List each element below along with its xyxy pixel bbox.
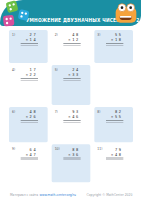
problem-10: 10) 88 ×36 xyxy=(52,144,91,182)
problem-work-area[interactable]: 82 ×55 xyxy=(104,110,123,123)
problem-number: 7) xyxy=(55,110,58,113)
multiplier: 48 xyxy=(115,152,123,156)
problem-number: 4) xyxy=(12,68,15,71)
problem-number: 8) xyxy=(97,110,100,113)
answer-rule xyxy=(21,43,38,45)
answer-rule xyxy=(63,78,80,80)
problem-work-area[interactable]: 17 ×22 xyxy=(19,68,38,81)
problem-1: 1) 27 ×14 xyxy=(9,30,48,63)
problem-number: 10) xyxy=(55,147,60,150)
problem-9: 9) 64 ×47 xyxy=(9,144,48,182)
problem-work-area[interactable]: 93 ×46 xyxy=(61,110,80,123)
multiplier: 18 xyxy=(115,38,123,42)
answer-rule xyxy=(21,120,38,122)
problem-work-area[interactable]: 88 ×36 xyxy=(61,147,80,160)
empty-slot xyxy=(94,65,133,105)
multiplier: 22 xyxy=(30,73,38,77)
problem-work-area[interactable]: 24 ×33 xyxy=(61,68,80,81)
problem-7: 7) 93 ×46 xyxy=(52,107,91,142)
problem-work-area[interactable]: 64 ×47 xyxy=(19,147,38,160)
problem-2: 2) 48 ×12 xyxy=(52,30,91,63)
blue-die-icon xyxy=(18,9,30,21)
problem-work-area[interactable]: 79 ×48 xyxy=(104,147,123,160)
problem-4: 4) 17 ×22 xyxy=(9,65,48,105)
answer-rule xyxy=(63,120,80,122)
answer-rule xyxy=(21,78,38,80)
answer-rule xyxy=(63,43,80,45)
monster-eye-left xyxy=(118,3,127,12)
answer-rule xyxy=(63,158,80,160)
problem-number: 11) xyxy=(97,147,102,150)
answer-rule xyxy=(106,43,123,45)
multiplier: 26 xyxy=(30,115,38,119)
monster-mascot-icon xyxy=(114,1,137,24)
monster-mouth xyxy=(120,16,132,20)
pink-die-icon xyxy=(3,15,15,27)
problem-work-area[interactable]: 27 ×14 xyxy=(19,33,38,46)
multiplier: 36 xyxy=(72,152,80,156)
multiplier: 55 xyxy=(115,115,123,119)
multiplier: 47 xyxy=(30,152,38,156)
problem-number: 1) xyxy=(12,33,15,36)
problem-3: 3) 55 ×18 xyxy=(94,30,133,63)
footer-copyright: Copyright © MathCenter 2020 xyxy=(87,193,133,196)
problem-6: 6) 48 ×26 xyxy=(9,107,48,142)
footer-source-text: Материал с сайта xyxy=(10,193,38,196)
monster-eye-right xyxy=(126,3,135,12)
answer-rule xyxy=(106,120,123,122)
problem-8: 8) 82 ×55 xyxy=(94,107,133,142)
worksheet-page: УМНОЖЕНИЕ ДВУЗНАЧНЫХ ЧИСЕЛ ТЕСТ 2 1) 27 … xyxy=(0,0,141,200)
site-link[interactable]: www.math-center.org/ru xyxy=(40,193,76,196)
dice-decoration xyxy=(1,1,33,29)
problem-work-area[interactable]: 55 ×18 xyxy=(104,33,123,46)
problem-number: 2) xyxy=(55,33,58,36)
problem-work-area[interactable]: 48 ×26 xyxy=(19,110,38,123)
multiplier: 33 xyxy=(72,73,80,77)
problem-work-area[interactable]: 48 ×12 xyxy=(61,33,80,46)
answer-rule xyxy=(21,158,38,160)
footer-source: Материал с сайтаwww.math-center.org/ru xyxy=(10,193,76,196)
problem-number: 3) xyxy=(97,33,100,36)
problem-5: 5) 24 ×33 xyxy=(52,65,91,105)
answer-rule xyxy=(106,158,123,160)
problem-number: 6) xyxy=(12,110,15,113)
problem-number: 5) xyxy=(55,68,58,71)
multiplier: 46 xyxy=(72,115,80,119)
problem-number: 9) xyxy=(12,147,15,150)
problems-grid: 1) 27 ×14 2) 48 ×12 3) 55 ×18 4) xyxy=(9,30,133,182)
multiplier: 12 xyxy=(72,38,80,42)
multiplier: 14 xyxy=(30,38,38,42)
green-die-icon xyxy=(6,0,19,13)
problem-11: 11) 79 ×48 xyxy=(94,144,133,182)
